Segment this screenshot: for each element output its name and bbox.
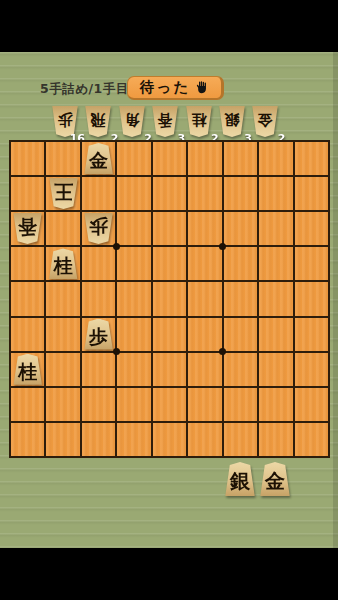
piece-face: 王 — [49, 178, 78, 209]
board-cell[interactable] — [11, 423, 44, 456]
board-cell[interactable] — [224, 282, 257, 315]
board-cell[interactable] — [295, 247, 328, 280]
board-cell[interactable] — [259, 423, 292, 456]
piece-face: 香 — [13, 213, 42, 244]
board-cell[interactable] — [295, 423, 328, 456]
board-cell[interactable] — [188, 142, 221, 175]
board-cell[interactable] — [11, 177, 44, 210]
board-cell[interactable] — [11, 282, 44, 315]
shogi-piece-香-gote[interactable]: 香 — [13, 213, 42, 244]
piece-face: 金 — [260, 462, 290, 496]
app-screen: 5手詰め/1手目 待った 歩16飛2角2香3桂2銀3金2 金王香歩桂歩桂 銀金 … — [0, 0, 338, 600]
board-cell[interactable] — [46, 388, 79, 421]
bottom-black-bar: i — [0, 548, 338, 600]
board-cell[interactable] — [117, 423, 150, 456]
board-cell[interactable] — [295, 212, 328, 245]
board-cell[interactable] — [224, 247, 257, 280]
board-cell[interactable] — [153, 212, 186, 245]
board-cell[interactable] — [46, 282, 79, 315]
shogi-piece-桂-gote[interactable]: 桂2 — [186, 106, 212, 137]
board-cell[interactable] — [117, 177, 150, 210]
shogi-piece-金-sente[interactable]: 金 — [260, 462, 290, 496]
board-cell[interactable] — [224, 423, 257, 456]
shogi-piece-歩-sente[interactable]: 歩 — [84, 319, 113, 350]
board-cell[interactable] — [117, 212, 150, 245]
matta-undo-button[interactable]: 待った — [127, 76, 224, 100]
shogi-piece-王-gote[interactable]: 王 — [49, 178, 78, 209]
shogi-piece-桂-sente[interactable]: 桂 — [49, 248, 78, 279]
board-cell[interactable] — [153, 318, 186, 351]
board-cell[interactable] — [259, 142, 292, 175]
board-cell[interactable] — [11, 142, 44, 175]
shogi-piece-金-sente[interactable]: 金 — [84, 143, 113, 174]
piece-face: 桂 — [13, 354, 42, 385]
top-black-bar — [0, 0, 338, 52]
board-cell[interactable]: 歩 — [82, 212, 115, 245]
piece-face: 歩 — [84, 213, 113, 244]
shogi-piece-飛-gote[interactable]: 飛2 — [85, 106, 111, 137]
board-cell[interactable] — [188, 318, 221, 351]
shogi-piece-香-gote[interactable]: 香3 — [152, 106, 178, 137]
board-cell[interactable] — [295, 142, 328, 175]
board-cell[interactable] — [188, 282, 221, 315]
board-cell[interactable] — [259, 282, 292, 315]
board-cell[interactable] — [259, 177, 292, 210]
board-cell[interactable] — [224, 177, 257, 210]
board-cell[interactable] — [117, 282, 150, 315]
board-cell[interactable] — [117, 318, 150, 351]
board-cell[interactable] — [11, 318, 44, 351]
piece-face: 香 — [152, 106, 178, 137]
board-cell[interactable] — [46, 353, 79, 386]
board-cell[interactable] — [46, 142, 79, 175]
board-cell[interactable] — [259, 353, 292, 386]
board-cell[interactable]: 桂 — [11, 353, 44, 386]
piece-face: 金 — [252, 106, 278, 137]
board-cell[interactable] — [82, 423, 115, 456]
board-cell[interactable] — [295, 318, 328, 351]
board-cell[interactable] — [153, 423, 186, 456]
board-cell[interactable] — [188, 423, 221, 456]
background-edge-shade — [333, 52, 338, 548]
board-cell[interactable] — [153, 353, 186, 386]
board-cell[interactable] — [295, 177, 328, 210]
board-cell[interactable] — [259, 318, 292, 351]
board-cell[interactable] — [117, 353, 150, 386]
shogi-piece-銀-sente[interactable]: 銀 — [225, 462, 255, 496]
shogi-piece-歩-gote[interactable]: 歩 — [84, 213, 113, 244]
board-cell[interactable] — [295, 282, 328, 315]
piece-face: 歩 — [84, 319, 113, 350]
board-cell[interactable]: 歩 — [82, 318, 115, 351]
shogi-piece-歩-gote[interactable]: 歩16 — [52, 106, 78, 137]
board-cell[interactable] — [295, 353, 328, 386]
board-cell[interactable] — [224, 212, 257, 245]
board-cell[interactable] — [259, 212, 292, 245]
board-cell[interactable] — [46, 212, 79, 245]
piece-face: 桂 — [49, 248, 78, 279]
board-cell[interactable] — [259, 388, 292, 421]
star-point — [219, 243, 226, 250]
piece-face: 金 — [84, 143, 113, 174]
board-cell[interactable] — [188, 247, 221, 280]
piece-face: 角 — [119, 106, 145, 137]
shogi-board: 金王香歩桂歩桂 — [9, 140, 330, 458]
board-cell[interactable] — [153, 247, 186, 280]
board-cell[interactable] — [153, 177, 186, 210]
board-cell[interactable] — [224, 142, 257, 175]
star-point — [113, 348, 120, 355]
board-cell[interactable] — [11, 388, 44, 421]
board-cell[interactable] — [117, 388, 150, 421]
shogi-piece-桂-sente[interactable]: 桂 — [13, 354, 42, 385]
star-point — [113, 243, 120, 250]
matta-button-label: 待った — [140, 78, 190, 97]
board-cell[interactable] — [117, 142, 150, 175]
raised-hand-icon — [194, 80, 209, 95]
board-cell[interactable] — [11, 247, 44, 280]
piece-face: 飛 — [85, 106, 111, 137]
board-cell[interactable] — [46, 423, 79, 456]
board-cell[interactable] — [153, 142, 186, 175]
shogi-piece-金-gote[interactable]: 金2 — [252, 106, 278, 137]
shogi-piece-銀-gote[interactable]: 銀3 — [219, 106, 245, 137]
board-cell[interactable] — [188, 212, 221, 245]
board-cell[interactable] — [259, 247, 292, 280]
board-cell[interactable] — [224, 318, 257, 351]
board-cell[interactable] — [188, 177, 221, 210]
board-cell[interactable] — [82, 388, 115, 421]
board-cell[interactable] — [82, 282, 115, 315]
board-cell[interactable] — [117, 247, 150, 280]
board-cell[interactable]: 金 — [82, 142, 115, 175]
board-cell[interactable] — [224, 353, 257, 386]
piece-face: 桂 — [186, 106, 212, 137]
board-cell[interactable]: 王 — [46, 177, 79, 210]
puzzle-progress-label: 5手詰め/1手目 — [40, 81, 129, 98]
board-cell[interactable] — [188, 388, 221, 421]
board-cell[interactable] — [46, 318, 79, 351]
board-cell[interactable] — [188, 353, 221, 386]
board-cell[interactable]: 香 — [11, 212, 44, 245]
shogi-piece-角-gote[interactable]: 角2 — [119, 106, 145, 137]
board-cell[interactable] — [82, 247, 115, 280]
board-cell[interactable] — [82, 353, 115, 386]
board-cell[interactable] — [295, 388, 328, 421]
piece-face: 銀 — [219, 106, 245, 137]
board-cell[interactable] — [82, 177, 115, 210]
piece-face: 銀 — [225, 462, 255, 496]
board-cell[interactable] — [224, 388, 257, 421]
board-cell[interactable] — [153, 282, 186, 315]
board-cell[interactable] — [153, 388, 186, 421]
board-cell[interactable]: 桂 — [46, 247, 79, 280]
